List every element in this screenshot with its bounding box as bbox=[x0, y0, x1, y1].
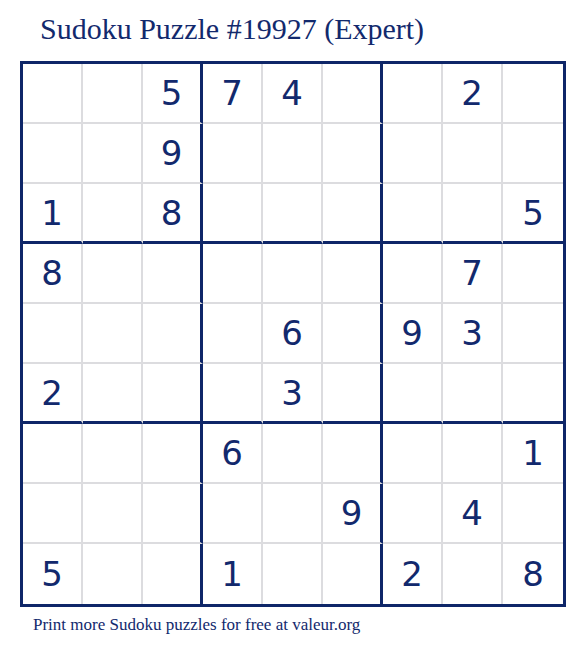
cell-r9c5[interactable] bbox=[263, 544, 323, 604]
cell-r3c2[interactable] bbox=[83, 184, 143, 244]
cell-r6c6[interactable] bbox=[323, 364, 383, 424]
cell-r6c4[interactable] bbox=[203, 364, 263, 424]
cell-r6c5: 3 bbox=[263, 364, 323, 424]
cell-r7c6[interactable] bbox=[323, 424, 383, 484]
cell-r8c6: 9 bbox=[323, 484, 383, 544]
cell-r1c9[interactable] bbox=[503, 64, 563, 124]
cell-r6c7[interactable] bbox=[383, 364, 443, 424]
cell-r8c4[interactable] bbox=[203, 484, 263, 544]
cell-r6c3[interactable] bbox=[143, 364, 203, 424]
cell-r4c2[interactable] bbox=[83, 244, 143, 304]
cell-r4c7[interactable] bbox=[383, 244, 443, 304]
cell-r5c7: 9 bbox=[383, 304, 443, 364]
cell-r9c8[interactable] bbox=[443, 544, 503, 604]
cell-r8c9[interactable] bbox=[503, 484, 563, 544]
cell-r3c6[interactable] bbox=[323, 184, 383, 244]
cell-r2c9[interactable] bbox=[503, 124, 563, 184]
cell-r7c9: 1 bbox=[503, 424, 563, 484]
cell-r3c9: 5 bbox=[503, 184, 563, 244]
cell-r5c8: 3 bbox=[443, 304, 503, 364]
cell-r3c1: 1 bbox=[23, 184, 83, 244]
page-title: Sudoku Puzzle #19927 (Expert) bbox=[40, 12, 424, 46]
cell-r7c1[interactable] bbox=[23, 424, 83, 484]
cell-r5c4[interactable] bbox=[203, 304, 263, 364]
cell-r5c6[interactable] bbox=[323, 304, 383, 364]
cell-r7c5[interactable] bbox=[263, 424, 323, 484]
cell-r2c4[interactable] bbox=[203, 124, 263, 184]
cell-r1c7[interactable] bbox=[383, 64, 443, 124]
cell-r8c3[interactable] bbox=[143, 484, 203, 544]
cell-r2c5[interactable] bbox=[263, 124, 323, 184]
cell-r2c6[interactable] bbox=[323, 124, 383, 184]
cell-r3c3: 8 bbox=[143, 184, 203, 244]
cell-r3c4[interactable] bbox=[203, 184, 263, 244]
cell-r4c8: 7 bbox=[443, 244, 503, 304]
cell-r1c2[interactable] bbox=[83, 64, 143, 124]
cell-r9c9: 8 bbox=[503, 544, 563, 604]
cell-r5c1[interactable] bbox=[23, 304, 83, 364]
cell-r9c2[interactable] bbox=[83, 544, 143, 604]
cell-r2c7[interactable] bbox=[383, 124, 443, 184]
cell-r9c4: 1 bbox=[203, 544, 263, 604]
cell-r7c8[interactable] bbox=[443, 424, 503, 484]
cell-r7c2[interactable] bbox=[83, 424, 143, 484]
page: Sudoku Puzzle #19927 (Expert) 5742918587… bbox=[0, 0, 580, 651]
cell-r4c3[interactable] bbox=[143, 244, 203, 304]
cell-r4c5[interactable] bbox=[263, 244, 323, 304]
cell-r1c8: 2 bbox=[443, 64, 503, 124]
cell-r4c1: 8 bbox=[23, 244, 83, 304]
cell-r6c9[interactable] bbox=[503, 364, 563, 424]
cell-r7c7[interactable] bbox=[383, 424, 443, 484]
sudoku-board: 57429185876932361945128 bbox=[20, 61, 566, 607]
cell-r8c1[interactable] bbox=[23, 484, 83, 544]
cell-r3c5[interactable] bbox=[263, 184, 323, 244]
cell-r2c2[interactable] bbox=[83, 124, 143, 184]
cell-r5c3[interactable] bbox=[143, 304, 203, 364]
cell-r5c2[interactable] bbox=[83, 304, 143, 364]
cell-r8c7[interactable] bbox=[383, 484, 443, 544]
cell-r1c4: 7 bbox=[203, 64, 263, 124]
cell-r9c3[interactable] bbox=[143, 544, 203, 604]
cell-r6c1: 2 bbox=[23, 364, 83, 424]
cell-r4c6[interactable] bbox=[323, 244, 383, 304]
cell-r6c2[interactable] bbox=[83, 364, 143, 424]
cell-r1c5: 4 bbox=[263, 64, 323, 124]
cell-r4c9[interactable] bbox=[503, 244, 563, 304]
cell-r4c4[interactable] bbox=[203, 244, 263, 304]
cell-r3c8[interactable] bbox=[443, 184, 503, 244]
cell-r5c5: 6 bbox=[263, 304, 323, 364]
cell-r3c7[interactable] bbox=[383, 184, 443, 244]
cell-r7c4: 6 bbox=[203, 424, 263, 484]
cell-r9c7: 2 bbox=[383, 544, 443, 604]
cell-r9c6[interactable] bbox=[323, 544, 383, 604]
cell-r6c8[interactable] bbox=[443, 364, 503, 424]
cell-r2c8[interactable] bbox=[443, 124, 503, 184]
cell-r5c9[interactable] bbox=[503, 304, 563, 364]
cell-r8c2[interactable] bbox=[83, 484, 143, 544]
cell-r1c6[interactable] bbox=[323, 64, 383, 124]
cell-r2c3: 9 bbox=[143, 124, 203, 184]
cell-r8c8: 4 bbox=[443, 484, 503, 544]
cell-r9c1: 5 bbox=[23, 544, 83, 604]
cell-r1c1[interactable] bbox=[23, 64, 83, 124]
footer-text: Print more Sudoku puzzles for free at va… bbox=[33, 615, 360, 635]
cell-r7c3[interactable] bbox=[143, 424, 203, 484]
cell-r8c5[interactable] bbox=[263, 484, 323, 544]
cell-r1c3: 5 bbox=[143, 64, 203, 124]
cell-r2c1[interactable] bbox=[23, 124, 83, 184]
